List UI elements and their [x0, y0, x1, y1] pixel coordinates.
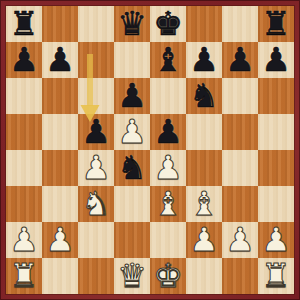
square-f5[interactable]	[186, 114, 222, 150]
piece-white-rook[interactable]: ♜	[261, 258, 291, 294]
square-g2[interactable]: ♟	[222, 222, 258, 258]
piece-black-knight[interactable]: ♞	[189, 78, 219, 114]
square-f6[interactable]: ♞	[186, 78, 222, 114]
piece-black-king[interactable]: ♚	[153, 6, 183, 42]
square-a3[interactable]	[6, 186, 42, 222]
square-g5[interactable]	[222, 114, 258, 150]
piece-black-queen[interactable]: ♛	[117, 6, 147, 42]
piece-white-pawn[interactable]: ♟	[153, 150, 183, 186]
chess-diagram: ♜♛♚♜♟♟♝♟♟♟♟♞♟♟♟♟♞♟♞♝♝♟♟♟♟♟♜♛♚♜	[0, 0, 300, 300]
square-c8[interactable]	[78, 6, 114, 42]
piece-white-pawn[interactable]: ♟	[45, 222, 75, 258]
piece-white-rook[interactable]: ♜	[9, 258, 39, 294]
square-e1[interactable]: ♚	[150, 258, 186, 294]
square-f1[interactable]	[186, 258, 222, 294]
piece-white-pawn[interactable]: ♟	[189, 222, 219, 258]
square-b2[interactable]: ♟	[42, 222, 78, 258]
piece-black-pawn[interactable]: ♟	[225, 42, 255, 78]
square-d2[interactable]	[114, 222, 150, 258]
square-h5[interactable]	[258, 114, 294, 150]
square-h8[interactable]: ♜	[258, 6, 294, 42]
square-f2[interactable]: ♟	[186, 222, 222, 258]
square-c6[interactable]	[78, 78, 114, 114]
square-b8[interactable]	[42, 6, 78, 42]
square-b7[interactable]: ♟	[42, 42, 78, 78]
square-f3[interactable]: ♝	[186, 186, 222, 222]
square-c7[interactable]	[78, 42, 114, 78]
square-e2[interactable]	[150, 222, 186, 258]
piece-black-pawn[interactable]: ♟	[261, 42, 291, 78]
piece-black-rook[interactable]: ♜	[261, 6, 291, 42]
square-d5[interactable]: ♟	[114, 114, 150, 150]
square-h2[interactable]: ♟	[258, 222, 294, 258]
square-h7[interactable]: ♟	[258, 42, 294, 78]
square-d6[interactable]: ♟	[114, 78, 150, 114]
piece-white-pawn[interactable]: ♟	[9, 222, 39, 258]
square-h4[interactable]	[258, 150, 294, 186]
square-h3[interactable]	[258, 186, 294, 222]
square-b4[interactable]	[42, 150, 78, 186]
piece-white-queen[interactable]: ♛	[117, 258, 147, 294]
piece-black-pawn[interactable]: ♟	[81, 114, 111, 150]
piece-black-pawn[interactable]: ♟	[189, 42, 219, 78]
square-f4[interactable]	[186, 150, 222, 186]
square-b1[interactable]	[42, 258, 78, 294]
square-f7[interactable]: ♟	[186, 42, 222, 78]
square-g3[interactable]	[222, 186, 258, 222]
piece-white-knight[interactable]: ♞	[81, 186, 111, 222]
piece-black-bishop[interactable]: ♝	[153, 42, 183, 78]
piece-black-pawn[interactable]: ♟	[117, 78, 147, 114]
piece-white-king[interactable]: ♚	[153, 258, 183, 294]
square-c2[interactable]	[78, 222, 114, 258]
piece-white-pawn[interactable]: ♟	[117, 114, 147, 150]
piece-black-pawn[interactable]: ♟	[45, 42, 75, 78]
square-e4[interactable]: ♟	[150, 150, 186, 186]
piece-black-pawn[interactable]: ♟	[9, 42, 39, 78]
square-b5[interactable]	[42, 114, 78, 150]
square-b3[interactable]	[42, 186, 78, 222]
chess-board: ♜♛♚♜♟♟♝♟♟♟♟♞♟♟♟♟♞♟♞♝♝♟♟♟♟♟♜♛♚♜	[6, 6, 294, 294]
piece-black-knight[interactable]: ♞	[117, 150, 147, 186]
square-c1[interactable]	[78, 258, 114, 294]
square-g8[interactable]	[222, 6, 258, 42]
square-g4[interactable]	[222, 150, 258, 186]
piece-white-pawn[interactable]: ♟	[81, 150, 111, 186]
square-g1[interactable]	[222, 258, 258, 294]
square-h1[interactable]: ♜	[258, 258, 294, 294]
square-a8[interactable]: ♜	[6, 6, 42, 42]
piece-black-rook[interactable]: ♜	[9, 6, 39, 42]
piece-black-pawn[interactable]: ♟	[153, 114, 183, 150]
square-g6[interactable]	[222, 78, 258, 114]
square-d4[interactable]: ♞	[114, 150, 150, 186]
square-c4[interactable]: ♟	[78, 150, 114, 186]
square-c5[interactable]: ♟	[78, 114, 114, 150]
square-b6[interactable]	[42, 78, 78, 114]
square-a5[interactable]	[6, 114, 42, 150]
square-a2[interactable]: ♟	[6, 222, 42, 258]
square-h6[interactable]	[258, 78, 294, 114]
piece-white-pawn[interactable]: ♟	[225, 222, 255, 258]
square-a7[interactable]: ♟	[6, 42, 42, 78]
square-e6[interactable]	[150, 78, 186, 114]
square-d7[interactable]	[114, 42, 150, 78]
square-e8[interactable]: ♚	[150, 6, 186, 42]
square-f8[interactable]	[186, 6, 222, 42]
square-d1[interactable]: ♛	[114, 258, 150, 294]
piece-white-pawn[interactable]: ♟	[261, 222, 291, 258]
square-a4[interactable]	[6, 150, 42, 186]
square-g7[interactable]: ♟	[222, 42, 258, 78]
square-a6[interactable]	[6, 78, 42, 114]
square-a1[interactable]: ♜	[6, 258, 42, 294]
piece-white-bishop[interactable]: ♝	[189, 186, 219, 222]
square-d3[interactable]	[114, 186, 150, 222]
piece-white-bishop[interactable]: ♝	[153, 186, 183, 222]
square-e5[interactable]: ♟	[150, 114, 186, 150]
square-e7[interactable]: ♝	[150, 42, 186, 78]
square-d8[interactable]: ♛	[114, 6, 150, 42]
square-e3[interactable]: ♝	[150, 186, 186, 222]
square-c3[interactable]: ♞	[78, 186, 114, 222]
